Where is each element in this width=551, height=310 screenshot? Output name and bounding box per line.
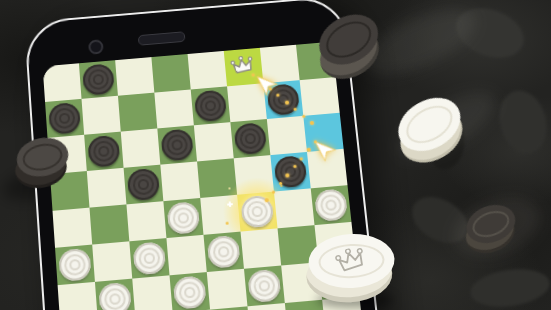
dark-piece-c3-r2[interactable] xyxy=(161,128,194,161)
square-c1-r5[interactable] xyxy=(92,241,132,282)
square-c3-r6[interactable] xyxy=(170,272,211,310)
square-c2-r0[interactable] xyxy=(115,57,154,96)
white-piece-c2-r5[interactable] xyxy=(133,241,167,275)
square-c3-r3[interactable] xyxy=(160,161,200,201)
square-c3-r1[interactable] xyxy=(154,89,194,128)
square-c4-r6[interactable] xyxy=(207,269,248,310)
square-c2-r3[interactable] xyxy=(124,165,164,205)
promo-stage xyxy=(0,0,551,310)
square-c6-r4[interactable] xyxy=(274,188,315,228)
square-c0-r6[interactable] xyxy=(58,282,98,310)
square-c6-r1[interactable] xyxy=(263,80,303,119)
white-piece-c5-r4[interactable] xyxy=(240,195,274,229)
square-c2-r4[interactable] xyxy=(126,201,166,241)
square-c4-r5[interactable] xyxy=(203,232,243,272)
dark-piece-c1-r2[interactable] xyxy=(87,135,120,168)
square-c5-r3[interactable] xyxy=(234,155,274,195)
square-c5-r6[interactable] xyxy=(244,266,285,307)
white-piece-c0-r5[interactable] xyxy=(58,248,91,282)
square-c6-r2[interactable] xyxy=(267,116,307,155)
earpiece-speaker-icon xyxy=(138,31,186,45)
square-c3-r0[interactable] xyxy=(151,54,190,93)
square-c4-r1[interactable] xyxy=(191,86,231,125)
square-c5-r4[interactable] xyxy=(237,192,277,232)
square-c5-r5[interactable] xyxy=(241,228,282,268)
dark-piece-c2-r3[interactable] xyxy=(127,168,160,201)
square-c4-r0[interactable] xyxy=(188,51,227,90)
dark-piece-c0-r1[interactable] xyxy=(48,102,81,135)
square-c1-r3[interactable] xyxy=(87,168,127,208)
floating-white-king-checker xyxy=(304,232,402,309)
square-c7-r2[interactable] xyxy=(303,113,343,152)
square-c0-r0[interactable] xyxy=(43,63,82,102)
square-c1-r6[interactable] xyxy=(95,279,135,310)
dark-piece-c6-r3[interactable] xyxy=(274,155,308,188)
square-c5-r1[interactable] xyxy=(227,83,267,122)
square-c3-r4[interactable] xyxy=(163,198,203,238)
square-c3-r2[interactable] xyxy=(157,125,197,164)
square-c3-r5[interactable] xyxy=(166,235,206,275)
square-c2-r5[interactable] xyxy=(129,238,169,279)
square-c5-r0[interactable] xyxy=(224,48,264,87)
front-camera-icon xyxy=(88,39,104,55)
square-c7-r4[interactable] xyxy=(311,185,352,225)
promotion-crown xyxy=(228,54,258,82)
square-c4-r2[interactable] xyxy=(194,122,234,161)
square-c1-r1[interactable] xyxy=(82,96,121,135)
background-blotch xyxy=(493,85,551,159)
crown-icon xyxy=(228,54,257,78)
square-c2-r1[interactable] xyxy=(118,93,157,132)
square-c5-r2[interactable] xyxy=(230,119,270,158)
square-c1-r2[interactable] xyxy=(84,132,123,171)
square-c6-r3[interactable] xyxy=(270,152,310,192)
square-c2-r2[interactable] xyxy=(121,128,161,167)
square-c4-r3[interactable] xyxy=(197,158,237,198)
white-piece-c1-r6[interactable] xyxy=(98,282,132,310)
dark-piece-c1-r0[interactable] xyxy=(82,63,115,95)
square-c6-r0[interactable] xyxy=(260,45,300,84)
square-c0-r4[interactable] xyxy=(53,208,93,248)
square-c1-r0[interactable] xyxy=(79,60,118,99)
square-c4-r4[interactable] xyxy=(200,195,240,235)
white-piece-c3-r4[interactable] xyxy=(167,201,201,235)
square-c7-r3[interactable] xyxy=(307,149,348,189)
background-blotch xyxy=(468,265,551,310)
white-piece-c3-r6[interactable] xyxy=(173,275,207,309)
dark-piece-c4-r1[interactable] xyxy=(194,90,227,123)
dark-piece-c6-r1[interactable] xyxy=(267,83,300,116)
white-piece-c4-r5[interactable] xyxy=(207,235,241,269)
square-c2-r6[interactable] xyxy=(132,275,172,310)
square-c0-r5[interactable] xyxy=(55,245,95,286)
white-piece-c5-r6[interactable] xyxy=(247,269,281,303)
white-piece-c7-r4[interactable] xyxy=(314,188,348,221)
square-c1-r4[interactable] xyxy=(89,204,129,244)
dark-piece-c5-r2[interactable] xyxy=(234,122,268,155)
